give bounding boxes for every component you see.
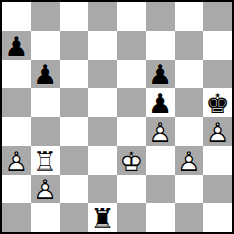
white-pawn-outline-glyph: ♙ bbox=[146, 118, 175, 146]
square-a3[interactable]: ♟♙ bbox=[2, 146, 31, 175]
square-e5[interactable] bbox=[117, 88, 146, 117]
square-f8[interactable] bbox=[146, 2, 175, 31]
white-king-outline-glyph: ♔ bbox=[117, 147, 146, 175]
black-rook-glyph: ♜ bbox=[88, 204, 117, 232]
square-a6[interactable] bbox=[2, 60, 31, 89]
black-pawn-glyph: ♟ bbox=[146, 61, 175, 89]
square-e2[interactable] bbox=[117, 175, 146, 204]
square-g1[interactable] bbox=[175, 203, 204, 232]
square-h4[interactable]: ♟♙ bbox=[203, 117, 232, 146]
square-d3[interactable] bbox=[88, 146, 117, 175]
square-g2[interactable] bbox=[175, 175, 204, 204]
square-c7[interactable] bbox=[60, 31, 89, 60]
chess-board: ♟♟♟♟♚♟♙♟♙♟♙♜♖♚♔♟♙♟♙♜ bbox=[0, 0, 234, 234]
square-g7[interactable] bbox=[175, 31, 204, 60]
square-d6[interactable] bbox=[88, 60, 117, 89]
square-a5[interactable] bbox=[2, 88, 31, 117]
square-e4[interactable] bbox=[117, 117, 146, 146]
white-rook[interactable]: ♜♖ bbox=[31, 146, 60, 175]
black-king-glyph: ♚ bbox=[203, 89, 232, 117]
square-h3[interactable] bbox=[203, 146, 232, 175]
square-c8[interactable] bbox=[60, 2, 89, 31]
square-b3[interactable]: ♜♖ bbox=[31, 146, 60, 175]
white-king[interactable]: ♚♔ bbox=[117, 146, 146, 175]
black-pawn[interactable]: ♟ bbox=[146, 88, 175, 117]
square-f6[interactable]: ♟ bbox=[146, 60, 175, 89]
square-d7[interactable] bbox=[88, 31, 117, 60]
square-h6[interactable] bbox=[203, 60, 232, 89]
square-a2[interactable] bbox=[2, 175, 31, 204]
square-h8[interactable] bbox=[203, 2, 232, 31]
black-pawn-glyph: ♟ bbox=[2, 32, 31, 60]
black-pawn[interactable]: ♟ bbox=[2, 31, 31, 60]
white-pawn-outline-glyph: ♙ bbox=[31, 176, 60, 204]
square-c4[interactable] bbox=[60, 117, 89, 146]
white-pawn[interactable]: ♟♙ bbox=[2, 146, 31, 175]
black-pawn-glyph: ♟ bbox=[31, 61, 60, 89]
square-h1[interactable] bbox=[203, 203, 232, 232]
square-b6[interactable]: ♟ bbox=[31, 60, 60, 89]
white-pawn[interactable]: ♟♙ bbox=[203, 117, 232, 146]
square-c2[interactable] bbox=[60, 175, 89, 204]
square-g4[interactable] bbox=[175, 117, 204, 146]
square-g5[interactable] bbox=[175, 88, 204, 117]
square-a8[interactable] bbox=[2, 2, 31, 31]
square-f1[interactable] bbox=[146, 203, 175, 232]
square-b5[interactable] bbox=[31, 88, 60, 117]
square-d4[interactable] bbox=[88, 117, 117, 146]
square-b8[interactable] bbox=[31, 2, 60, 31]
square-d1[interactable]: ♜ bbox=[88, 203, 117, 232]
square-f5[interactable]: ♟ bbox=[146, 88, 175, 117]
square-e7[interactable] bbox=[117, 31, 146, 60]
white-pawn-outline-glyph: ♙ bbox=[175, 147, 204, 175]
black-rook[interactable]: ♜ bbox=[88, 203, 117, 232]
black-pawn[interactable]: ♟ bbox=[146, 60, 175, 89]
square-g3[interactable]: ♟♙ bbox=[175, 146, 204, 175]
white-pawn-outline-glyph: ♙ bbox=[2, 147, 31, 175]
square-d5[interactable] bbox=[88, 88, 117, 117]
square-e3[interactable]: ♚♔ bbox=[117, 146, 146, 175]
square-a7[interactable]: ♟ bbox=[2, 31, 31, 60]
black-pawn[interactable]: ♟ bbox=[31, 60, 60, 89]
white-rook-outline-glyph: ♖ bbox=[31, 147, 60, 175]
square-d2[interactable] bbox=[88, 175, 117, 204]
white-pawn[interactable]: ♟♙ bbox=[31, 175, 60, 204]
square-f3[interactable] bbox=[146, 146, 175, 175]
square-c6[interactable] bbox=[60, 60, 89, 89]
square-c5[interactable] bbox=[60, 88, 89, 117]
square-g8[interactable] bbox=[175, 2, 204, 31]
square-c3[interactable] bbox=[60, 146, 89, 175]
white-pawn[interactable]: ♟♙ bbox=[175, 146, 204, 175]
white-pawn[interactable]: ♟♙ bbox=[146, 117, 175, 146]
black-pawn-glyph: ♟ bbox=[146, 89, 175, 117]
square-h7[interactable] bbox=[203, 31, 232, 60]
square-b4[interactable] bbox=[31, 117, 60, 146]
square-d8[interactable] bbox=[88, 2, 117, 31]
white-pawn-outline-glyph: ♙ bbox=[203, 118, 232, 146]
square-f7[interactable] bbox=[146, 31, 175, 60]
square-b2[interactable]: ♟♙ bbox=[31, 175, 60, 204]
square-f2[interactable] bbox=[146, 175, 175, 204]
square-f4[interactable]: ♟♙ bbox=[146, 117, 175, 146]
square-a4[interactable] bbox=[2, 117, 31, 146]
square-a1[interactable] bbox=[2, 203, 31, 232]
square-g6[interactable] bbox=[175, 60, 204, 89]
black-king[interactable]: ♚ bbox=[203, 88, 232, 117]
square-e6[interactable] bbox=[117, 60, 146, 89]
square-e1[interactable] bbox=[117, 203, 146, 232]
square-e8[interactable] bbox=[117, 2, 146, 31]
square-h2[interactable] bbox=[203, 175, 232, 204]
square-b1[interactable] bbox=[31, 203, 60, 232]
square-h5[interactable]: ♚ bbox=[203, 88, 232, 117]
square-c1[interactable] bbox=[60, 203, 89, 232]
square-b7[interactable] bbox=[31, 31, 60, 60]
